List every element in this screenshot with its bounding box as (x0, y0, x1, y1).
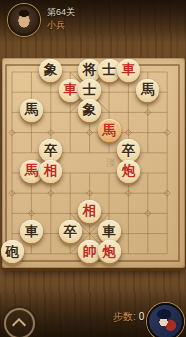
pieces-layer: 象将士車車士馬馬象馬卒卒馬相炮相車卒車砲帥炮 (2, 58, 185, 268)
piece-red-horse[interactable]: 馬 (98, 119, 121, 142)
steps-value: 0 (139, 311, 145, 322)
piece-black-horse[interactable]: 馬 (136, 79, 159, 102)
piece-red-chariot[interactable]: 車 (117, 59, 140, 82)
level-title: 第64关 (47, 7, 75, 18)
piece-black-horse[interactable]: 馬 (20, 99, 43, 122)
app-screen: 第64关 小兵 楚河 漢界 象将士車車士馬馬象馬卒卒馬相炮相車卒車砲帥炮 步数:… (0, 0, 186, 337)
opponent-avatar[interactable] (147, 303, 184, 337)
player-rank: 小兵 (47, 20, 65, 31)
piece-black-soldier[interactable]: 卒 (59, 220, 82, 243)
player-avatar[interactable] (8, 4, 40, 36)
step-counter: 步数:0 (113, 310, 144, 323)
xiangqi-board[interactable]: 楚河 漢界 象将士車車士馬馬象馬卒卒馬相炮相車卒車砲帥炮 (2, 58, 185, 268)
piece-black-elephant[interactable]: 象 (39, 59, 62, 82)
piece-red-cannon[interactable]: 炮 (98, 240, 121, 263)
collapse-up-button[interactable] (4, 308, 35, 337)
chevron-up-icon (12, 318, 26, 332)
piece-red-cannon[interactable]: 炮 (117, 160, 140, 183)
piece-black-soldier[interactable]: 卒 (117, 139, 140, 162)
piece-black-cannon[interactable]: 砲 (1, 240, 24, 263)
steps-label: 步数: (113, 311, 136, 322)
piece-black-soldier[interactable]: 卒 (39, 139, 62, 162)
piece-black-chariot[interactable]: 車 (20, 220, 43, 243)
piece-black-elephant[interactable]: 象 (78, 99, 101, 122)
piece-red-elephant[interactable]: 相 (39, 160, 62, 183)
piece-red-elephant[interactable]: 相 (78, 200, 101, 223)
